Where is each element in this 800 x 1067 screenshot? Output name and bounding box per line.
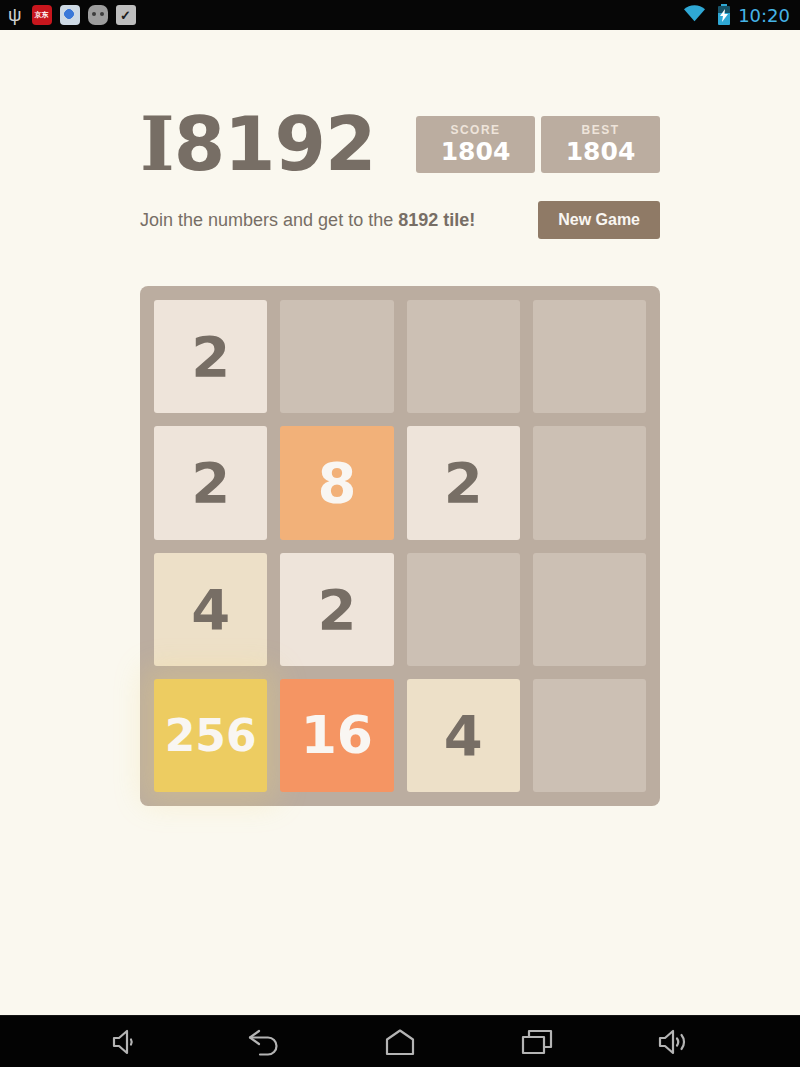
- game-app: I8192 SCORE 1804 BEST 1804 Join the numb…: [0, 30, 800, 1015]
- new-game-button[interactable]: New Game: [538, 201, 660, 239]
- android-app-icon: [88, 5, 108, 25]
- browser-app-icon: [60, 5, 80, 25]
- home-icon[interactable]: [381, 1025, 419, 1059]
- status-bar-left-icons: ψ 京东 ✓: [6, 5, 136, 25]
- empty-cell: [407, 553, 520, 666]
- battery-charging-icon: [718, 6, 730, 25]
- empty-cell: [533, 553, 646, 666]
- empty-cell: [533, 679, 646, 792]
- jd-app-icon: 京东: [32, 5, 52, 25]
- header: I8192 SCORE 1804 BEST 1804: [140, 103, 660, 185]
- title-serif-part: I: [140, 101, 174, 187]
- status-bar-right: 10:20: [682, 3, 794, 28]
- back-icon[interactable]: [244, 1025, 282, 1059]
- volume-down-icon[interactable]: [107, 1025, 145, 1059]
- volume-up-icon[interactable]: [655, 1025, 693, 1059]
- score-label: SCORE: [450, 123, 500, 138]
- tile-256: 256: [154, 679, 267, 792]
- navigation-bar: [0, 1015, 800, 1067]
- tile-4: 4: [407, 679, 520, 792]
- game-board[interactable]: 228242256164: [140, 286, 660, 806]
- score-panel: SCORE 1804 BEST 1804: [416, 116, 660, 173]
- best-label: BEST: [581, 123, 619, 138]
- tile-4: 4: [154, 553, 267, 666]
- tile-2: 2: [407, 426, 520, 539]
- empty-cell: [533, 300, 646, 413]
- best-value: 1804: [566, 138, 636, 166]
- tile-2: 2: [280, 553, 393, 666]
- intro-text-bold: 8192 tile!: [398, 210, 475, 230]
- empty-cell: [533, 426, 646, 539]
- score-value: 1804: [441, 138, 511, 166]
- tasks-app-icon: ✓: [116, 5, 136, 25]
- recents-icon[interactable]: [518, 1025, 556, 1059]
- tile-16: 16: [280, 679, 393, 792]
- score-box: SCORE 1804: [416, 116, 535, 173]
- title-digits-part: 8192: [174, 101, 376, 187]
- clock: 10:20: [738, 5, 790, 26]
- tile-2: 2: [154, 300, 267, 413]
- wifi-icon: [682, 3, 707, 28]
- best-box: BEST 1804: [541, 116, 660, 173]
- tile-2: 2: [154, 426, 267, 539]
- android-screen: ψ 京东 ✓ 10:20 I8192: [0, 0, 800, 1067]
- empty-cell: [407, 300, 520, 413]
- empty-cell: [280, 300, 393, 413]
- intro-text: Join the numbers and get to the 8192 til…: [140, 210, 475, 231]
- tile-8: 8: [280, 426, 393, 539]
- intro-text-normal: Join the numbers and get to the: [140, 210, 398, 230]
- usb-icon: ψ: [8, 5, 22, 25]
- status-bar: ψ 京东 ✓ 10:20: [0, 0, 800, 30]
- subtitle-row: Join the numbers and get to the 8192 til…: [140, 201, 660, 239]
